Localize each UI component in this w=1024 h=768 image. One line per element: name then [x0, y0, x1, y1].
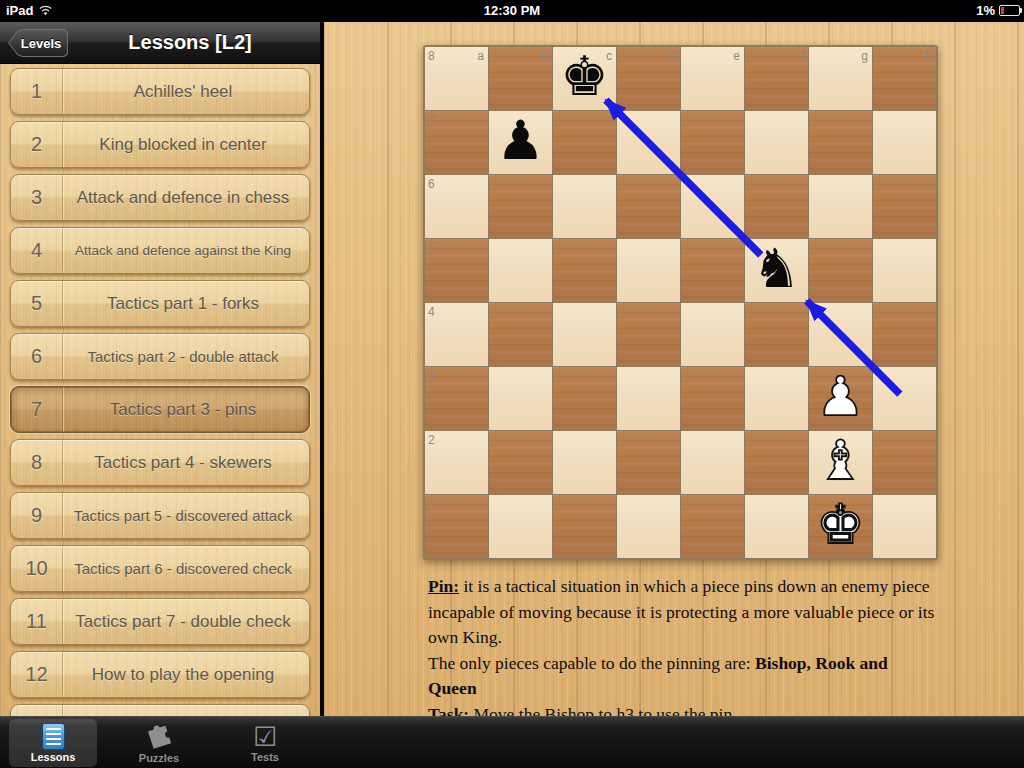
square-h7[interactable]	[873, 111, 936, 174]
square-d8[interactable]: d	[617, 47, 680, 110]
board-grid: 8abc♚defgh7♟65♞43♟2♝1♚	[425, 47, 936, 558]
panel-divider	[320, 22, 324, 768]
white-pawn[interactable]: ♟	[816, 370, 864, 424]
lesson-item-8[interactable]: 8Tactics part 4 - skewers	[10, 439, 310, 486]
white-king[interactable]: ♚	[816, 498, 864, 552]
lesson-item-4[interactable]: 4Attack and defence against the King	[10, 227, 310, 274]
lesson-item-3[interactable]: 3Attack and defence in chess	[10, 174, 310, 221]
lesson-number: 11	[11, 599, 63, 644]
square-f8[interactable]: f	[745, 47, 808, 110]
square-g2[interactable]: ♝	[809, 431, 872, 494]
lesson-item-10[interactable]: 10Tactics part 6 - discovered check	[10, 545, 310, 592]
square-f1[interactable]	[745, 495, 808, 558]
tab-puzzles[interactable]: Puzzles	[106, 717, 212, 768]
lesson-number	[11, 705, 63, 716]
square-e4[interactable]	[681, 303, 744, 366]
file-label: a	[477, 50, 484, 62]
square-h3[interactable]	[873, 367, 936, 430]
page-title: Lessons [L2]	[70, 31, 310, 54]
square-f6[interactable]	[745, 175, 808, 238]
black-king[interactable]: ♚	[560, 50, 608, 104]
lesson-title: Tactics part 2 - double attack	[63, 348, 309, 365]
square-c7[interactable]	[553, 111, 616, 174]
lesson-text: Pin: it is a tactical situation in which…	[428, 574, 936, 727]
square-e6[interactable]	[681, 175, 744, 238]
square-a5[interactable]: 5	[425, 239, 488, 302]
lesson-title: Tactics part 4 - skewers	[63, 453, 309, 473]
black-pawn[interactable]: ♟	[496, 114, 544, 168]
checkbox-icon: ☑	[253, 723, 277, 750]
lesson-title: Tactics part 6 - discovered check	[63, 560, 309, 577]
square-b6[interactable]	[489, 175, 552, 238]
lesson-item-11[interactable]: 11Tactics part 7 - double check	[10, 598, 310, 645]
lesson-number: 12	[11, 652, 63, 697]
lesson-item-2[interactable]: 2King blocked in center	[10, 121, 310, 168]
file-label: f	[801, 50, 804, 62]
lesson-number: 2	[11, 122, 63, 167]
file-label: b	[541, 50, 548, 62]
lesson-title: Tactics part 7 - double check	[63, 612, 309, 632]
status-bar: iPad 12:30 PM 1%	[0, 0, 1024, 22]
square-a2[interactable]: 2	[425, 431, 488, 494]
battery-icon	[999, 5, 1020, 16]
clock: 12:30 PM	[0, 3, 1024, 18]
square-d1[interactable]	[617, 495, 680, 558]
lesson-number: 1	[11, 69, 63, 114]
file-label: g	[861, 50, 868, 62]
square-h1[interactable]	[873, 495, 936, 558]
square-g3[interactable]: ♟	[809, 367, 872, 430]
square-b3[interactable]	[489, 367, 552, 430]
main-content: 8abc♚defgh7♟65♞43♟2♝1♚ Pin: it is a tact…	[324, 22, 1024, 716]
square-d5[interactable]	[617, 239, 680, 302]
square-f5[interactable]: ♞	[745, 239, 808, 302]
square-e5[interactable]	[681, 239, 744, 302]
square-c1[interactable]	[553, 495, 616, 558]
lesson-number: 8	[11, 440, 63, 485]
square-d4[interactable]	[617, 303, 680, 366]
rank-label: 5	[428, 242, 435, 254]
lesson-number: 4	[11, 228, 63, 273]
square-a7[interactable]: 7	[425, 111, 488, 174]
square-a1[interactable]: 1	[425, 495, 488, 558]
black-knight[interactable]: ♞	[752, 242, 800, 296]
tab-label: Lessons	[31, 751, 76, 763]
square-h4[interactable]	[873, 303, 936, 366]
lesson-number: 5	[11, 281, 63, 326]
puzzle-icon	[144, 723, 174, 751]
rank-label: 6	[428, 178, 435, 190]
lesson-number: 9	[11, 493, 63, 538]
square-g1[interactable]: ♚	[809, 495, 872, 558]
square-g7[interactable]	[809, 111, 872, 174]
file-label: e	[733, 50, 740, 62]
square-e3[interactable]	[681, 367, 744, 430]
square-c6[interactable]	[553, 175, 616, 238]
square-e2[interactable]	[681, 431, 744, 494]
lesson-item-12[interactable]: 12How to play the opening	[10, 651, 310, 698]
bottom-bar: LessonsPuzzles☑Tests i ← 1/1	[0, 716, 1024, 768]
tab-label: Puzzles	[139, 752, 179, 764]
lesson-item-1[interactable]: 1Achilles' heel	[10, 68, 310, 115]
square-g8[interactable]: g	[809, 47, 872, 110]
square-b8[interactable]: b	[489, 47, 552, 110]
square-h5[interactable]	[873, 239, 936, 302]
lesson-title: How to play the opening	[63, 665, 309, 685]
lesson-item-partial[interactable]	[10, 704, 310, 716]
square-c3[interactable]	[553, 367, 616, 430]
square-f7[interactable]	[745, 111, 808, 174]
square-e1[interactable]	[681, 495, 744, 558]
lesson-number: 7	[11, 387, 63, 432]
square-c8[interactable]: c♚	[553, 47, 616, 110]
lesson-item-9[interactable]: 9Tactics part 5 - discovered attack	[10, 492, 310, 539]
nav-bar: Levels Lessons [L2]	[0, 22, 320, 64]
rank-label: 1	[428, 498, 435, 510]
square-c5[interactable]	[553, 239, 616, 302]
tab-tests[interactable]: ☑Tests	[212, 717, 318, 768]
square-b5[interactable]	[489, 239, 552, 302]
square-g5[interactable]	[809, 239, 872, 302]
lesson-list: 1Achilles' heel2King blocked in center3A…	[0, 64, 320, 716]
lesson-title: King blocked in center	[63, 135, 309, 155]
lesson-title: Attack and defence in chess	[63, 188, 309, 208]
rank-label: 7	[428, 114, 435, 126]
lesson-title: Tactics part 1 - forks	[63, 294, 309, 314]
chess-board[interactable]: 8abc♚defgh7♟65♞43♟2♝1♚	[423, 45, 938, 560]
square-f3[interactable]	[745, 367, 808, 430]
square-h2[interactable]	[873, 431, 936, 494]
square-b1[interactable]	[489, 495, 552, 558]
square-d2[interactable]	[617, 431, 680, 494]
rank-label: 3	[428, 370, 435, 382]
square-a6[interactable]: 6	[425, 175, 488, 238]
square-c2[interactable]	[553, 431, 616, 494]
square-h6[interactable]	[873, 175, 936, 238]
square-a8[interactable]: 8a	[425, 47, 488, 110]
app-screen: iPad 12:30 PM 1% Levels Lessons [L2] 1Ac…	[0, 0, 1024, 768]
square-b2[interactable]	[489, 431, 552, 494]
square-b7[interactable]: ♟	[489, 111, 552, 174]
square-a3[interactable]: 3	[425, 367, 488, 430]
rank-label: 2	[428, 434, 435, 446]
lesson-title: Tactics part 5 - discovered attack	[63, 507, 309, 524]
rank-label: 8	[428, 50, 435, 62]
lesson-title: Attack and defence against the King	[63, 243, 309, 258]
tab-strip: LessonsPuzzles☑Tests	[0, 717, 320, 768]
square-b4[interactable]	[489, 303, 552, 366]
lesson-title: Achilles' heel	[63, 82, 309, 102]
levels-back-label: Levels	[15, 36, 61, 51]
lesson-item-5[interactable]: 5Tactics part 1 - forks	[10, 280, 310, 327]
sidebar: Levels Lessons [L2] 1Achilles' heel2King…	[0, 22, 320, 716]
rank-label: 4	[428, 306, 435, 318]
square-h8[interactable]: h	[873, 47, 936, 110]
battery-area: 1%	[976, 3, 1020, 18]
notebook-icon	[42, 723, 65, 750]
white-bishop[interactable]: ♝	[816, 434, 864, 488]
lesson-title: Tactics part 3 - pins	[63, 400, 309, 420]
battery-percent: 1%	[976, 3, 995, 18]
levels-back-button[interactable]: Levels	[8, 29, 68, 57]
lesson-item-6[interactable]: 6Tactics part 2 - double attack	[10, 333, 310, 380]
lesson-number: 10	[11, 546, 63, 591]
lesson-item-7[interactable]: 7Tactics part 3 - pins	[10, 386, 310, 433]
square-g4[interactable]	[809, 303, 872, 366]
square-e8[interactable]: e	[681, 47, 744, 110]
square-f4[interactable]	[745, 303, 808, 366]
square-c4[interactable]	[553, 303, 616, 366]
lesson-number: 6	[11, 334, 63, 379]
square-a4[interactable]: 4	[425, 303, 488, 366]
file-label: h	[925, 50, 932, 62]
square-g6[interactable]	[809, 175, 872, 238]
file-label: d	[669, 50, 676, 62]
tab-label: Tests	[251, 751, 279, 763]
tab-lessons[interactable]: Lessons	[0, 717, 106, 768]
lesson-number: 3	[11, 175, 63, 220]
square-e7[interactable]	[681, 111, 744, 174]
square-d6[interactable]	[617, 175, 680, 238]
square-d3[interactable]	[617, 367, 680, 430]
square-f2[interactable]	[745, 431, 808, 494]
square-d7[interactable]	[617, 111, 680, 174]
